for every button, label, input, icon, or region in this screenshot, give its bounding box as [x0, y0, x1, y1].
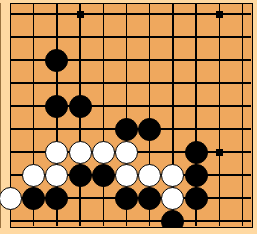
wood-strip-top: [0, 0, 257, 3]
black-stone: [92, 164, 115, 187]
black-stone: [69, 164, 92, 187]
white-stone: [69, 141, 92, 164]
white-stone: [92, 141, 115, 164]
black-stone: [45, 95, 68, 118]
black-stone: [185, 141, 208, 164]
white-stone: [161, 164, 184, 187]
go-board-diagram: [0, 0, 257, 234]
wood-strip-bottom: [0, 228, 257, 235]
black-stone: [115, 118, 138, 141]
black-stone: [22, 187, 45, 210]
grid-hline: [11, 220, 251, 222]
white-stone: [161, 187, 184, 210]
black-stone: [185, 187, 208, 210]
grid-hline: [11, 36, 251, 38]
white-stone: [115, 164, 138, 187]
white-stone: [0, 187, 22, 210]
star-point: [77, 11, 84, 18]
grid-hline: [11, 82, 251, 84]
white-stone: [22, 164, 45, 187]
white-stone: [45, 141, 68, 164]
black-stone: [185, 164, 208, 187]
black-stone: [45, 187, 68, 210]
star-point: [216, 149, 223, 156]
black-stone: [115, 187, 138, 210]
black-stone: [138, 118, 161, 141]
black-stone: [138, 187, 161, 210]
white-stone: [115, 141, 138, 164]
white-stone: [138, 164, 161, 187]
white-stone: [45, 164, 68, 187]
star-point: [216, 11, 223, 18]
black-stone: [45, 49, 68, 72]
black-stone: [69, 95, 92, 118]
wood-strip-right: [253, 0, 257, 234]
